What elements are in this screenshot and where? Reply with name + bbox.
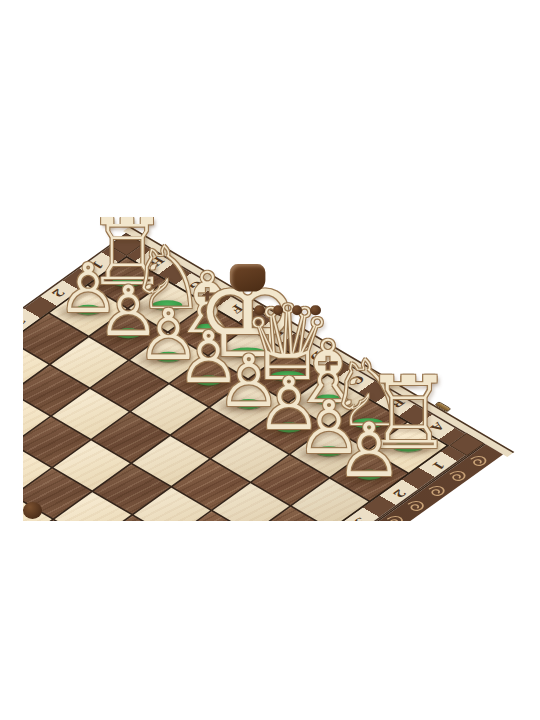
spiral-carving-icon xyxy=(423,482,451,500)
queen-crown-ball-icon xyxy=(254,304,264,314)
product-photo: HH11GG22FF33EE44DD55CC66BB77AA88♙♙♙♙♙♙♙♙… xyxy=(0,0,540,720)
pawn-glyph: ♙ xyxy=(336,413,403,488)
spiral-carving-icon xyxy=(402,497,430,515)
queen-crown-ball-icon xyxy=(311,304,321,314)
clasp-knob-icon xyxy=(23,502,42,519)
queen-crown-ball-icon xyxy=(292,304,302,314)
photo-crop-bottom xyxy=(0,521,540,720)
spiral-carving-icon xyxy=(464,452,492,470)
queen-crown-ball-icon xyxy=(273,304,283,314)
